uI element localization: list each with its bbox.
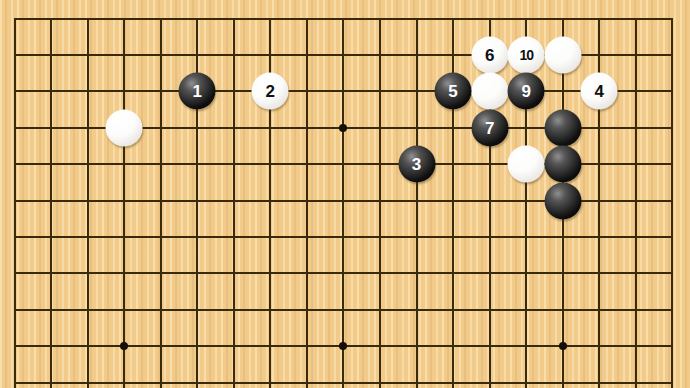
grid-line-vertical bbox=[671, 18, 673, 388]
stone-move-number: 5 bbox=[448, 83, 457, 100]
go-diagram: 1235671094 bbox=[0, 0, 690, 388]
stone-black-move-1: 1 bbox=[179, 73, 216, 110]
stone-white bbox=[544, 36, 581, 73]
stone-white-move-10: 10 bbox=[508, 36, 545, 73]
stone-white bbox=[106, 109, 143, 146]
star-point bbox=[339, 342, 347, 350]
stone-black-move-3: 3 bbox=[398, 146, 435, 183]
stone-move-number: 10 bbox=[519, 48, 533, 62]
grid-line-vertical bbox=[123, 18, 125, 388]
stone-black bbox=[544, 146, 581, 183]
stone-move-number: 2 bbox=[266, 83, 275, 100]
grid-line-vertical bbox=[87, 18, 89, 388]
grid-line-vertical bbox=[379, 18, 381, 388]
grid-line-horizontal bbox=[14, 272, 674, 274]
grid-line-vertical bbox=[635, 18, 637, 388]
grid-line-horizontal bbox=[14, 309, 674, 311]
stone-white-move-2: 2 bbox=[252, 73, 289, 110]
grid-line-horizontal bbox=[14, 18, 674, 20]
stone-black-move-7: 7 bbox=[471, 109, 508, 146]
stone-white-move-6: 6 bbox=[471, 36, 508, 73]
grid-line-vertical bbox=[342, 18, 344, 388]
grid-line-horizontal bbox=[14, 90, 674, 92]
grid-line-horizontal bbox=[14, 382, 674, 384]
grid-line-vertical bbox=[233, 18, 235, 388]
stone-black-move-5: 5 bbox=[435, 73, 472, 110]
star-point bbox=[339, 124, 347, 132]
grid-line-vertical bbox=[50, 18, 52, 388]
star-point bbox=[120, 342, 128, 350]
stone-white bbox=[508, 146, 545, 183]
stone-move-number: 9 bbox=[521, 83, 530, 100]
stone-white bbox=[471, 73, 508, 110]
stone-move-number: 6 bbox=[485, 46, 494, 63]
stone-white-move-4: 4 bbox=[581, 73, 618, 110]
stone-black bbox=[544, 109, 581, 146]
go-board[interactable]: 1235671094 bbox=[0, 0, 690, 388]
grid-line-vertical bbox=[416, 18, 418, 388]
stone-move-number: 7 bbox=[485, 119, 494, 136]
grid-line-vertical bbox=[14, 18, 16, 388]
grid-line-vertical bbox=[306, 18, 308, 388]
star-point bbox=[559, 342, 567, 350]
stone-black-move-9: 9 bbox=[508, 73, 545, 110]
stone-move-number: 1 bbox=[193, 83, 202, 100]
stone-move-number: 3 bbox=[412, 156, 421, 173]
stone-move-number: 4 bbox=[595, 83, 604, 100]
stone-black bbox=[544, 182, 581, 219]
grid-line-horizontal bbox=[14, 236, 674, 238]
grid-line-vertical bbox=[160, 18, 162, 388]
